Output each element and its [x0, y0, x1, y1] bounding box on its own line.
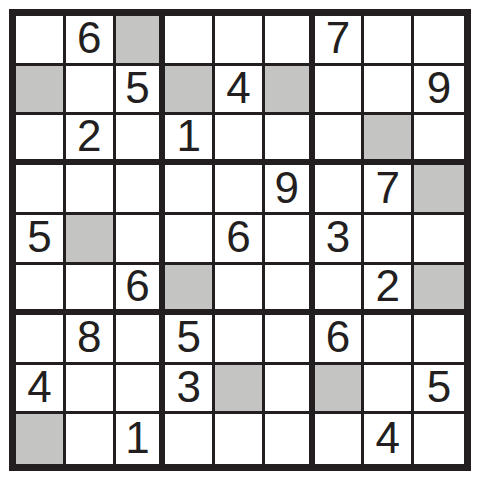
- sudoku-cell[interactable]: 1: [165, 115, 215, 165]
- sudoku-cell[interactable]: [165, 165, 215, 215]
- given-digit: 5: [427, 365, 451, 409]
- sudoku-cell[interactable]: 5: [16, 215, 66, 265]
- sudoku-cell[interactable]: [265, 16, 315, 66]
- sudoku-cell[interactable]: 6: [315, 315, 365, 365]
- sudoku-cell[interactable]: [16, 165, 66, 215]
- given-digit: 3: [176, 365, 200, 409]
- sudoku-cell[interactable]: [116, 165, 166, 215]
- sudoku-cell[interactable]: [364, 365, 414, 415]
- sudoku-cell[interactable]: [265, 115, 315, 165]
- given-digit: 9: [275, 166, 299, 210]
- sudoku-cell[interactable]: [414, 414, 464, 464]
- given-digit: 5: [176, 315, 200, 359]
- sudoku-cell[interactable]: [66, 165, 116, 215]
- given-digit: 1: [176, 114, 200, 158]
- sudoku-cell[interactable]: 3: [315, 215, 365, 265]
- given-digit: 7: [326, 16, 350, 60]
- sudoku-cell[interactable]: [315, 414, 365, 464]
- sudoku-cell[interactable]: [414, 165, 464, 215]
- given-digit: 7: [376, 166, 400, 210]
- sudoku-cell[interactable]: [265, 365, 315, 415]
- sudoku-cell[interactable]: [414, 215, 464, 265]
- sudoku-cell[interactable]: 8: [66, 315, 116, 365]
- sudoku-cell[interactable]: [364, 66, 414, 116]
- sudoku-cell[interactable]: [265, 66, 315, 116]
- given-digit: 5: [125, 66, 149, 110]
- sudoku-board: 6754921975636285643514: [9, 9, 471, 471]
- sudoku-cell[interactable]: 4: [16, 365, 66, 415]
- sudoku-cell[interactable]: [265, 315, 315, 365]
- sudoku-cell[interactable]: 5: [414, 365, 464, 415]
- sudoku-cell[interactable]: [116, 215, 166, 265]
- sudoku-cell[interactable]: [414, 265, 464, 315]
- sudoku-cell[interactable]: 6: [215, 215, 265, 265]
- given-digit: 1: [125, 416, 149, 460]
- sudoku-cell[interactable]: [414, 115, 464, 165]
- sudoku-cell[interactable]: [116, 365, 166, 415]
- sudoku-cell[interactable]: [215, 265, 265, 315]
- sudoku-cell[interactable]: [16, 66, 66, 116]
- sudoku-cell[interactable]: [215, 414, 265, 464]
- given-digit: 2: [376, 264, 400, 308]
- sudoku-cell[interactable]: [116, 16, 166, 66]
- sudoku-cell[interactable]: 2: [66, 115, 116, 165]
- sudoku-cell[interactable]: [16, 414, 66, 464]
- given-digit: 6: [326, 315, 350, 359]
- sudoku-cell[interactable]: 1: [116, 414, 166, 464]
- sudoku-cell[interactable]: [16, 265, 66, 315]
- sudoku-cell[interactable]: [165, 215, 215, 265]
- sudoku-cell[interactable]: [66, 215, 116, 265]
- sudoku-cell[interactable]: 7: [364, 165, 414, 215]
- sudoku-cell[interactable]: [16, 115, 66, 165]
- given-digit: 4: [376, 416, 400, 460]
- sudoku-cell[interactable]: [165, 66, 215, 116]
- sudoku-cell[interactable]: 5: [165, 315, 215, 365]
- sudoku-cell[interactable]: [315, 165, 365, 215]
- sudoku-cell[interactable]: [16, 315, 66, 365]
- sudoku-cell[interactable]: 4: [364, 414, 414, 464]
- sudoku-cell[interactable]: [315, 115, 365, 165]
- sudoku-cell[interactable]: 2: [364, 265, 414, 315]
- given-digit: 5: [27, 215, 51, 259]
- given-digit: 4: [226, 66, 250, 110]
- sudoku-cell[interactable]: 6: [66, 16, 116, 66]
- sudoku-cell[interactable]: [165, 414, 215, 464]
- sudoku-cell[interactable]: [116, 315, 166, 365]
- sudoku-cell[interactable]: [315, 265, 365, 315]
- sudoku-cell[interactable]: [215, 165, 265, 215]
- sudoku-cell[interactable]: [215, 365, 265, 415]
- sudoku-cell[interactable]: [265, 215, 315, 265]
- sudoku-cell[interactable]: [414, 16, 464, 66]
- sudoku-cell[interactable]: [215, 16, 265, 66]
- given-digit: 8: [77, 315, 101, 359]
- sudoku-cell[interactable]: 7: [315, 16, 365, 66]
- given-digit: 6: [226, 215, 250, 259]
- sudoku-cell[interactable]: [315, 66, 365, 116]
- sudoku-cell[interactable]: 9: [414, 66, 464, 116]
- sudoku-cell[interactable]: [364, 115, 414, 165]
- sudoku-cell[interactable]: 5: [116, 66, 166, 116]
- sudoku-cell[interactable]: [66, 365, 116, 415]
- sudoku-cell[interactable]: [16, 16, 66, 66]
- sudoku-cell[interactable]: [315, 365, 365, 415]
- given-digit: 9: [427, 66, 451, 110]
- sudoku-cell[interactable]: 3: [165, 365, 215, 415]
- sudoku-cell[interactable]: [116, 115, 166, 165]
- given-digit: 4: [27, 365, 51, 409]
- sudoku-cell[interactable]: [265, 265, 315, 315]
- sudoku-cell[interactable]: [364, 16, 414, 66]
- sudoku-cell[interactable]: [364, 215, 414, 265]
- given-digit: 2: [77, 114, 101, 158]
- sudoku-cell[interactable]: [414, 315, 464, 365]
- given-digit: 6: [77, 16, 101, 60]
- given-digit: 3: [326, 215, 350, 259]
- sudoku-cell[interactable]: 9: [265, 165, 315, 215]
- sudoku-cell[interactable]: [215, 115, 265, 165]
- sudoku-cell[interactable]: [66, 66, 116, 116]
- sudoku-cell[interactable]: 6: [116, 265, 166, 315]
- sudoku-cell[interactable]: 4: [215, 66, 265, 116]
- sudoku-cell[interactable]: [165, 16, 215, 66]
- given-digit: 6: [125, 264, 149, 308]
- sudoku-cell[interactable]: [165, 265, 215, 315]
- sudoku-cell[interactable]: [66, 265, 116, 315]
- sudoku-cell[interactable]: [265, 414, 315, 464]
- sudoku-cell[interactable]: [364, 315, 414, 365]
- sudoku-cell[interactable]: [66, 414, 116, 464]
- sudoku-cell[interactable]: [215, 315, 265, 365]
